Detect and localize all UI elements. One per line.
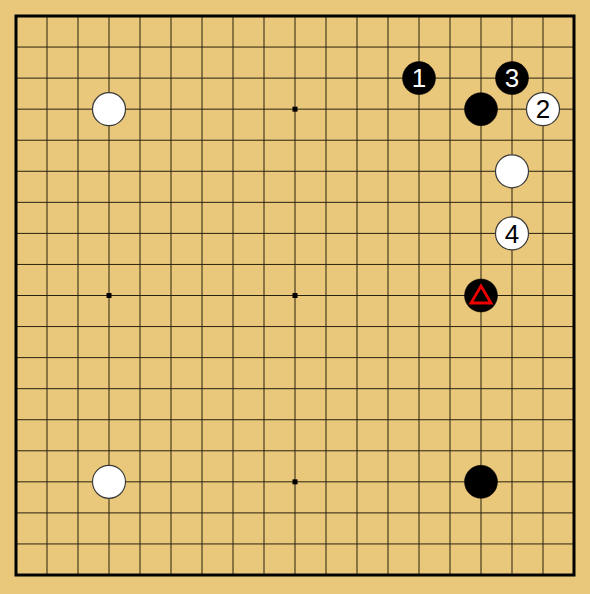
stone-Q16 xyxy=(465,93,498,126)
stone-D16 xyxy=(93,93,126,126)
stone-O17: 1 xyxy=(403,62,436,95)
go-diagram: 1324 xyxy=(0,0,590,594)
go-board[interactable]: 1324 xyxy=(0,0,590,594)
stone-R17: 3 xyxy=(496,62,529,95)
move-number-label: 3 xyxy=(505,63,519,93)
move-number-label: 2 xyxy=(536,94,550,124)
black-stone-icon xyxy=(465,465,498,498)
black-stone-icon xyxy=(465,93,498,126)
white-stone-icon xyxy=(496,155,529,188)
stone-R12: 4 xyxy=(496,217,529,250)
move-number-label: 4 xyxy=(505,219,519,249)
white-stone-icon xyxy=(93,93,126,126)
stone-S16: 2 xyxy=(527,93,560,126)
stone-D4 xyxy=(93,465,126,498)
stone-R14 xyxy=(496,155,529,188)
stone-Q10 xyxy=(465,279,498,312)
stone-Q4 xyxy=(465,465,498,498)
move-number-label: 1 xyxy=(412,63,426,93)
white-stone-icon xyxy=(93,465,126,498)
